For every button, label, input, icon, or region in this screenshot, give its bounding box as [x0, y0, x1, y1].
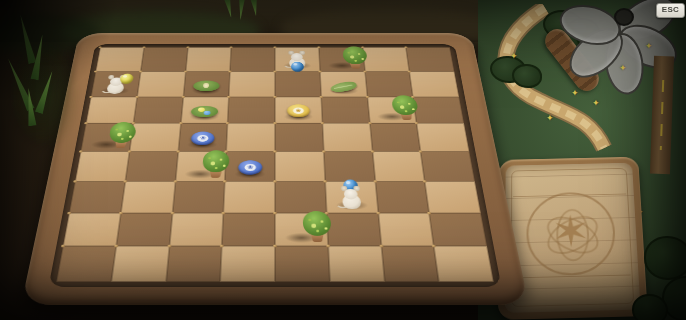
cell-r3c0[interactable]	[81, 123, 134, 151]
cell-r4c0[interactable]	[75, 152, 129, 182]
cell-r6c4[interactable]	[275, 213, 328, 246]
cell-r3c6[interactable]	[370, 123, 421, 151]
cell-r1c5[interactable]	[320, 71, 367, 96]
board-frame	[21, 33, 529, 305]
cell-r0c7[interactable]	[406, 47, 454, 71]
cell-r1c0[interactable]	[91, 71, 141, 96]
cell-r2c0[interactable]	[86, 97, 137, 124]
piece-disc_yellow[interactable]	[287, 104, 310, 117]
cell-r7c5[interactable]	[328, 246, 384, 282]
cell-r6c0[interactable]	[63, 213, 121, 246]
cell-r5c6[interactable]	[375, 181, 429, 213]
cell-r3c7[interactable]	[417, 123, 470, 151]
cell-r3c5[interactable]	[322, 123, 372, 151]
piece-pad_balls[interactable]	[191, 106, 219, 117]
cell-r7c4[interactable]	[275, 246, 330, 282]
cell-r7c3[interactable]	[220, 246, 275, 282]
flower-icon	[571, 89, 579, 98]
piece-leaf[interactable]	[330, 82, 358, 91]
cell-r6c3[interactable]	[222, 213, 275, 246]
cell-r0c5[interactable]	[319, 47, 365, 71]
cell-r2c5[interactable]	[321, 97, 369, 124]
flower-icon	[592, 99, 600, 108]
esc-key[interactable]: ESC	[656, 3, 685, 18]
flower-icon	[510, 52, 518, 61]
cell-r2c3[interactable]	[228, 97, 275, 124]
piece-disc_blue[interactable]	[238, 160, 262, 174]
board-grid	[56, 47, 493, 281]
cell-r4c3[interactable]	[225, 152, 275, 182]
cell-r0c1[interactable]	[141, 47, 188, 71]
cell-r1c3[interactable]	[229, 71, 275, 96]
cell-r5c1[interactable]	[121, 181, 175, 213]
cell-r4c5[interactable]	[324, 152, 375, 182]
cell-r5c3[interactable]	[224, 181, 275, 213]
scene: ESC	[0, 0, 686, 320]
piece-disc_blue[interactable]	[191, 132, 215, 146]
game-board	[21, 33, 529, 305]
board-rim	[48, 44, 501, 287]
cell-r2c2[interactable]	[180, 97, 228, 124]
cell-r7c1[interactable]	[111, 246, 169, 282]
cell-r4c2[interactable]	[175, 152, 226, 182]
cell-r4c7[interactable]	[421, 152, 475, 182]
cell-r4c4[interactable]	[275, 152, 325, 182]
cell-r7c6[interactable]	[381, 246, 439, 282]
cell-r5c4[interactable]	[275, 181, 326, 213]
cell-r7c2[interactable]	[166, 246, 222, 282]
cell-r3c4[interactable]	[275, 123, 324, 151]
cell-r2c7[interactable]	[413, 97, 464, 124]
cell-r0c3[interactable]	[230, 47, 275, 71]
piece-mouse_blue[interactable]	[284, 45, 311, 68]
cell-r5c0[interactable]	[69, 181, 125, 213]
cell-r0c4[interactable]	[275, 47, 320, 71]
cell-r6c7[interactable]	[429, 213, 487, 246]
leaf-decor-icon	[644, 236, 686, 280]
cell-r0c6[interactable]	[362, 47, 409, 71]
cell-r3c1[interactable]	[129, 123, 180, 151]
cell-r3c2[interactable]	[178, 123, 228, 151]
cell-r3c3[interactable]	[226, 123, 275, 151]
piece-pad_seed[interactable]	[193, 80, 220, 91]
piece-mouse_yellow[interactable]	[101, 69, 133, 94]
piece-mouse_blue[interactable]	[335, 178, 368, 209]
cell-r2c4[interactable]	[275, 97, 322, 124]
cell-r5c7[interactable]	[425, 181, 481, 213]
cell-r4c1[interactable]	[125, 152, 178, 182]
road-strip	[650, 56, 674, 175]
cell-r6c6[interactable]	[378, 213, 434, 246]
cell-r1c7[interactable]	[409, 71, 459, 96]
cell-r1c6[interactable]	[365, 71, 413, 96]
leaf-decor-icon	[632, 294, 668, 320]
tray-medallion	[526, 191, 617, 276]
cell-r6c2[interactable]	[169, 213, 224, 246]
cell-r6c5[interactable]	[326, 213, 381, 246]
flower-icon	[546, 114, 554, 123]
flower-icon	[645, 42, 653, 51]
cell-r1c4[interactable]	[275, 71, 321, 96]
cell-r6c1[interactable]	[116, 213, 172, 246]
cell-r0c2[interactable]	[185, 47, 231, 71]
tree-icon	[512, 64, 542, 88]
cell-r5c2[interactable]	[172, 181, 225, 213]
cell-r5c5[interactable]	[325, 181, 378, 213]
cell-r1c1[interactable]	[137, 71, 185, 96]
cell-r4c6[interactable]	[372, 152, 425, 182]
flower-icon	[619, 64, 627, 73]
cell-r2c1[interactable]	[133, 97, 183, 124]
cell-r2c6[interactable]	[367, 97, 417, 124]
rosette-star-icon	[551, 205, 591, 256]
cell-r1c2[interactable]	[183, 71, 230, 96]
cell-r7c7[interactable]	[434, 246, 494, 282]
cell-r7c0[interactable]	[56, 246, 116, 282]
cell-r0c0[interactable]	[96, 47, 144, 71]
